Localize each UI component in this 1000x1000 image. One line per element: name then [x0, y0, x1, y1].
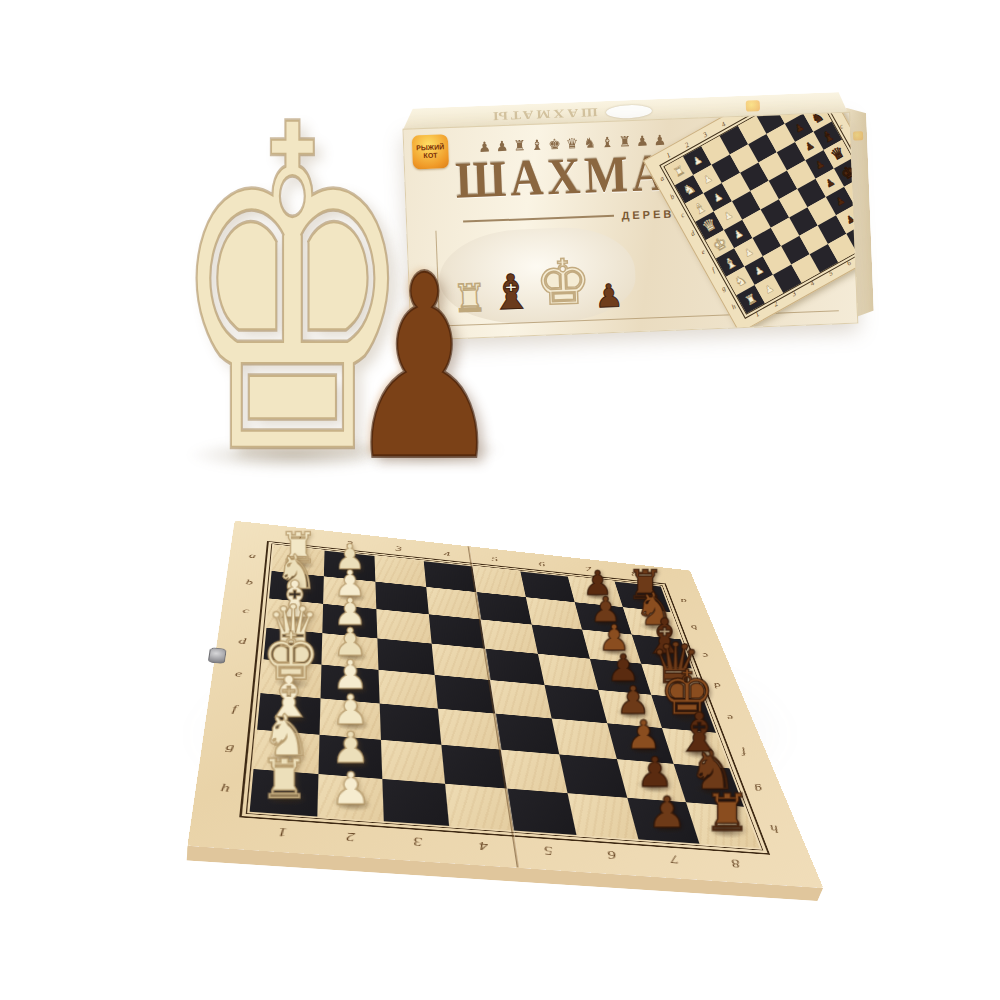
mini-coord-4: 4: [720, 120, 727, 129]
mini-coord-e: e: [700, 248, 707, 257]
mini-coord-2: 2: [772, 300, 779, 309]
mini-coord-b: b: [669, 193, 676, 202]
board-side-edge: [187, 521, 235, 861]
product-photo: ШАХМАТЫ РЫЖИЙ КОТ ♟♟♜♝♚♛♞♝♜♟♟ ШАХМАТЫ ДЕ…: [0, 0, 1000, 1000]
box-sticker: [606, 104, 652, 119]
file-label-left-b: b: [245, 578, 253, 587]
mini-coord-d: d: [689, 229, 696, 238]
file-label-left-d: d: [238, 636, 247, 646]
file-label-left-c: c: [242, 606, 250, 616]
piece-white-rook-h1: ♜: [250, 769, 319, 817]
mini-coord-g: g: [720, 284, 727, 293]
mini-coord-a: a: [659, 174, 666, 183]
rank-label-top-6: 6: [538, 560, 546, 568]
file-label-right-a: a: [679, 597, 688, 605]
box-top-mirrored-title: ШАХМАТЫ: [490, 105, 598, 123]
pieces-layer: ♜♟♟♜♞♟♟♞♝♟♟♝♛♟♟♛♚♟♟♚♝♟♟♝♞♟♟♞♜♟♟♜: [250, 545, 760, 848]
black-pawn-icon: ♟: [594, 280, 624, 313]
box-mini-chessboard: ♜♟♟♜♞♟♟♞♝♟♟♝♛♟♟♛♚♟♟♚♝♟♟♝♞♟♟♞♜♟♟♜a11ab22b…: [643, 112, 858, 334]
mini-coord-c: c: [679, 211, 686, 220]
cat-logo-icon: [746, 100, 760, 112]
white-king-icon: ♚: [534, 251, 592, 315]
rank-label-top-5: 5: [491, 555, 499, 563]
mini-coord-5: 5: [827, 269, 834, 278]
file-label-left-e: e: [234, 668, 242, 679]
box-mini-board-squares: ♜♟♟♜♞♟♟♞♝♟♟♝♛♟♟♛♚♟♟♚♝♟♟♝♞♟♟♞♜♟♟♜: [663, 112, 858, 315]
rank-label-bottom-3: 3: [413, 834, 423, 848]
file-label-left-g: g: [225, 741, 235, 754]
rank-label-bottom-4: 4: [478, 839, 488, 853]
mini-coord-4: 4: [809, 279, 816, 288]
rank-label-bottom-8: 8: [729, 856, 742, 870]
board-side-edge: [187, 846, 824, 901]
file-label-left-a: a: [248, 551, 256, 560]
box-board-graphic: ♜♟♟♜♞♟♟♞♝♟♟♝♛♟♟♛♚♟♟♚♝♟♟♝♞♟♟♞♜♟♟♜a11ab22b…: [643, 112, 858, 332]
mini-coord-3: 3: [791, 289, 798, 298]
rank-label-bottom-1: 1: [278, 825, 288, 840]
rank-label-bottom-6: 6: [606, 848, 618, 862]
mini-coord-3: 3: [702, 131, 709, 140]
mini-coord-1: 1: [665, 151, 672, 160]
mini-coord-2: 2: [683, 141, 690, 150]
mini-coord-f: f: [710, 266, 716, 274]
mini-coord-c: c: [838, 122, 845, 131]
file-label-right-h: h: [768, 822, 781, 835]
file-label-left-h: h: [220, 781, 231, 795]
piece-black-pawn-h7: ♟: [627, 798, 699, 844]
rank-label-top-4: 4: [443, 550, 450, 558]
mini-coord-1: 1: [754, 310, 761, 319]
mini-coord-h: h: [730, 303, 737, 312]
rank-label-bottom-2: 2: [346, 829, 355, 844]
cat-logo-icon: [853, 131, 863, 140]
rank-label-bottom-5: 5: [543, 843, 554, 857]
piece-white-pawn-h2: ♟: [317, 774, 383, 821]
rank-label-top-3: 3: [395, 545, 402, 553]
metal-clasp: [208, 647, 227, 664]
chessboard: ♜♟♟♜♞♟♟♞♝♟♟♝♛♟♟♛♚♟♟♚♝♟♟♝♞♟♟♞♜♟♟♜ aa11bb2…: [188, 521, 824, 888]
open-chessboard-scene: ♜♟♟♜♞♟♟♞♝♟♟♝♛♟♟♛♚♟♟♚♝♟♟♝♞♟♟♞♜♟♟♜ aa11bb2…: [120, 380, 900, 900]
rank-label-bottom-7: 7: [668, 852, 680, 866]
mini-coord-b: b: [828, 112, 835, 113]
mini-coord-6: 6: [846, 259, 853, 268]
file-label-left-f: f: [232, 703, 238, 714]
